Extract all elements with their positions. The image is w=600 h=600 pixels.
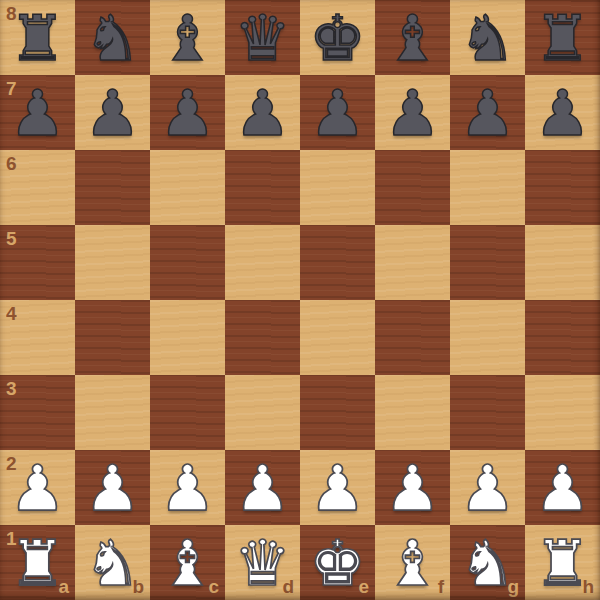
piece-black-pawn[interactable]: ♟ bbox=[525, 75, 600, 150]
square-c2[interactable]: ♟ bbox=[150, 450, 225, 525]
piece-white-knight[interactable]: ♞ bbox=[75, 525, 150, 600]
square-e2[interactable]: ♟ bbox=[300, 450, 375, 525]
piece-black-pawn[interactable]: ♟ bbox=[450, 75, 525, 150]
square-h1[interactable]: h♜ bbox=[525, 525, 600, 600]
square-a7[interactable]: 7♟ bbox=[0, 75, 75, 150]
square-d4[interactable] bbox=[225, 300, 300, 375]
piece-black-bishop[interactable]: ♝ bbox=[375, 0, 450, 75]
square-h7[interactable]: ♟ bbox=[525, 75, 600, 150]
square-e7[interactable]: ♟ bbox=[300, 75, 375, 150]
piece-white-bishop[interactable]: ♝ bbox=[375, 525, 450, 600]
square-g6[interactable] bbox=[450, 150, 525, 225]
square-f6[interactable] bbox=[375, 150, 450, 225]
piece-black-knight[interactable]: ♞ bbox=[75, 0, 150, 75]
square-h4[interactable] bbox=[525, 300, 600, 375]
piece-white-king[interactable]: ♚ bbox=[300, 525, 375, 600]
square-f1[interactable]: f♝ bbox=[375, 525, 450, 600]
rank-label-6: 6 bbox=[6, 153, 17, 175]
square-g8[interactable]: ♞ bbox=[450, 0, 525, 75]
piece-white-rook[interactable]: ♜ bbox=[525, 525, 600, 600]
square-a4[interactable]: 4 bbox=[0, 300, 75, 375]
rank-label-5: 5 bbox=[6, 228, 17, 250]
square-d1[interactable]: d♛ bbox=[225, 525, 300, 600]
square-h8[interactable]: ♜ bbox=[525, 0, 600, 75]
square-c4[interactable] bbox=[150, 300, 225, 375]
rank-label-3: 3 bbox=[6, 378, 17, 400]
square-g5[interactable] bbox=[450, 225, 525, 300]
chess-board: 8♜♞♝♛♚♝♞♜7♟♟♟♟♟♟♟♟65432♟♟♟♟♟♟♟♟1a♜b♞c♝d♛… bbox=[0, 0, 600, 600]
square-h5[interactable] bbox=[525, 225, 600, 300]
square-c1[interactable]: c♝ bbox=[150, 525, 225, 600]
square-f5[interactable] bbox=[375, 225, 450, 300]
square-a5[interactable]: 5 bbox=[0, 225, 75, 300]
piece-white-pawn[interactable]: ♟ bbox=[300, 450, 375, 525]
piece-black-rook[interactable]: ♜ bbox=[525, 0, 600, 75]
piece-white-queen[interactable]: ♛ bbox=[225, 525, 300, 600]
square-e3[interactable] bbox=[300, 375, 375, 450]
square-b3[interactable] bbox=[75, 375, 150, 450]
square-c3[interactable] bbox=[150, 375, 225, 450]
square-d5[interactable] bbox=[225, 225, 300, 300]
square-d8[interactable]: ♛ bbox=[225, 0, 300, 75]
piece-white-pawn[interactable]: ♟ bbox=[75, 450, 150, 525]
piece-white-pawn[interactable]: ♟ bbox=[225, 450, 300, 525]
square-f4[interactable] bbox=[375, 300, 450, 375]
square-a6[interactable]: 6 bbox=[0, 150, 75, 225]
piece-white-pawn[interactable]: ♟ bbox=[525, 450, 600, 525]
piece-black-king[interactable]: ♚ bbox=[300, 0, 375, 75]
square-b7[interactable]: ♟ bbox=[75, 75, 150, 150]
square-b1[interactable]: b♞ bbox=[75, 525, 150, 600]
square-b8[interactable]: ♞ bbox=[75, 0, 150, 75]
piece-black-pawn[interactable]: ♟ bbox=[225, 75, 300, 150]
piece-black-pawn[interactable]: ♟ bbox=[300, 75, 375, 150]
square-c8[interactable]: ♝ bbox=[150, 0, 225, 75]
piece-white-pawn[interactable]: ♟ bbox=[375, 450, 450, 525]
square-d7[interactable]: ♟ bbox=[225, 75, 300, 150]
piece-white-rook[interactable]: ♜ bbox=[0, 525, 75, 600]
square-a8[interactable]: 8♜ bbox=[0, 0, 75, 75]
piece-black-pawn[interactable]: ♟ bbox=[75, 75, 150, 150]
piece-white-bishop[interactable]: ♝ bbox=[150, 525, 225, 600]
square-e4[interactable] bbox=[300, 300, 375, 375]
rank-label-4: 4 bbox=[6, 303, 17, 325]
square-e8[interactable]: ♚ bbox=[300, 0, 375, 75]
square-d6[interactable] bbox=[225, 150, 300, 225]
piece-black-pawn[interactable]: ♟ bbox=[150, 75, 225, 150]
square-h2[interactable]: ♟ bbox=[525, 450, 600, 525]
square-b6[interactable] bbox=[75, 150, 150, 225]
piece-black-queen[interactable]: ♛ bbox=[225, 0, 300, 75]
square-e5[interactable] bbox=[300, 225, 375, 300]
square-d2[interactable]: ♟ bbox=[225, 450, 300, 525]
square-c7[interactable]: ♟ bbox=[150, 75, 225, 150]
piece-black-pawn[interactable]: ♟ bbox=[375, 75, 450, 150]
square-b5[interactable] bbox=[75, 225, 150, 300]
piece-black-rook[interactable]: ♜ bbox=[0, 0, 75, 75]
square-b4[interactable] bbox=[75, 300, 150, 375]
piece-white-pawn[interactable]: ♟ bbox=[450, 450, 525, 525]
square-f2[interactable]: ♟ bbox=[375, 450, 450, 525]
square-g1[interactable]: g♞ bbox=[450, 525, 525, 600]
square-e1[interactable]: e♚ bbox=[300, 525, 375, 600]
square-c6[interactable] bbox=[150, 150, 225, 225]
square-f8[interactable]: ♝ bbox=[375, 0, 450, 75]
piece-white-knight[interactable]: ♞ bbox=[450, 525, 525, 600]
piece-black-knight[interactable]: ♞ bbox=[450, 0, 525, 75]
square-e6[interactable] bbox=[300, 150, 375, 225]
square-a3[interactable]: 3 bbox=[0, 375, 75, 450]
square-h6[interactable] bbox=[525, 150, 600, 225]
square-h3[interactable] bbox=[525, 375, 600, 450]
square-b2[interactable]: ♟ bbox=[75, 450, 150, 525]
piece-white-pawn[interactable]: ♟ bbox=[150, 450, 225, 525]
piece-white-pawn[interactable]: ♟ bbox=[0, 450, 75, 525]
piece-black-pawn[interactable]: ♟ bbox=[0, 75, 75, 150]
square-f7[interactable]: ♟ bbox=[375, 75, 450, 150]
square-c5[interactable] bbox=[150, 225, 225, 300]
square-g4[interactable] bbox=[450, 300, 525, 375]
square-a2[interactable]: 2♟ bbox=[0, 450, 75, 525]
square-a1[interactable]: 1a♜ bbox=[0, 525, 75, 600]
square-d3[interactable] bbox=[225, 375, 300, 450]
piece-black-bishop[interactable]: ♝ bbox=[150, 0, 225, 75]
square-g3[interactable] bbox=[450, 375, 525, 450]
square-g7[interactable]: ♟ bbox=[450, 75, 525, 150]
square-f3[interactable] bbox=[375, 375, 450, 450]
square-g2[interactable]: ♟ bbox=[450, 450, 525, 525]
